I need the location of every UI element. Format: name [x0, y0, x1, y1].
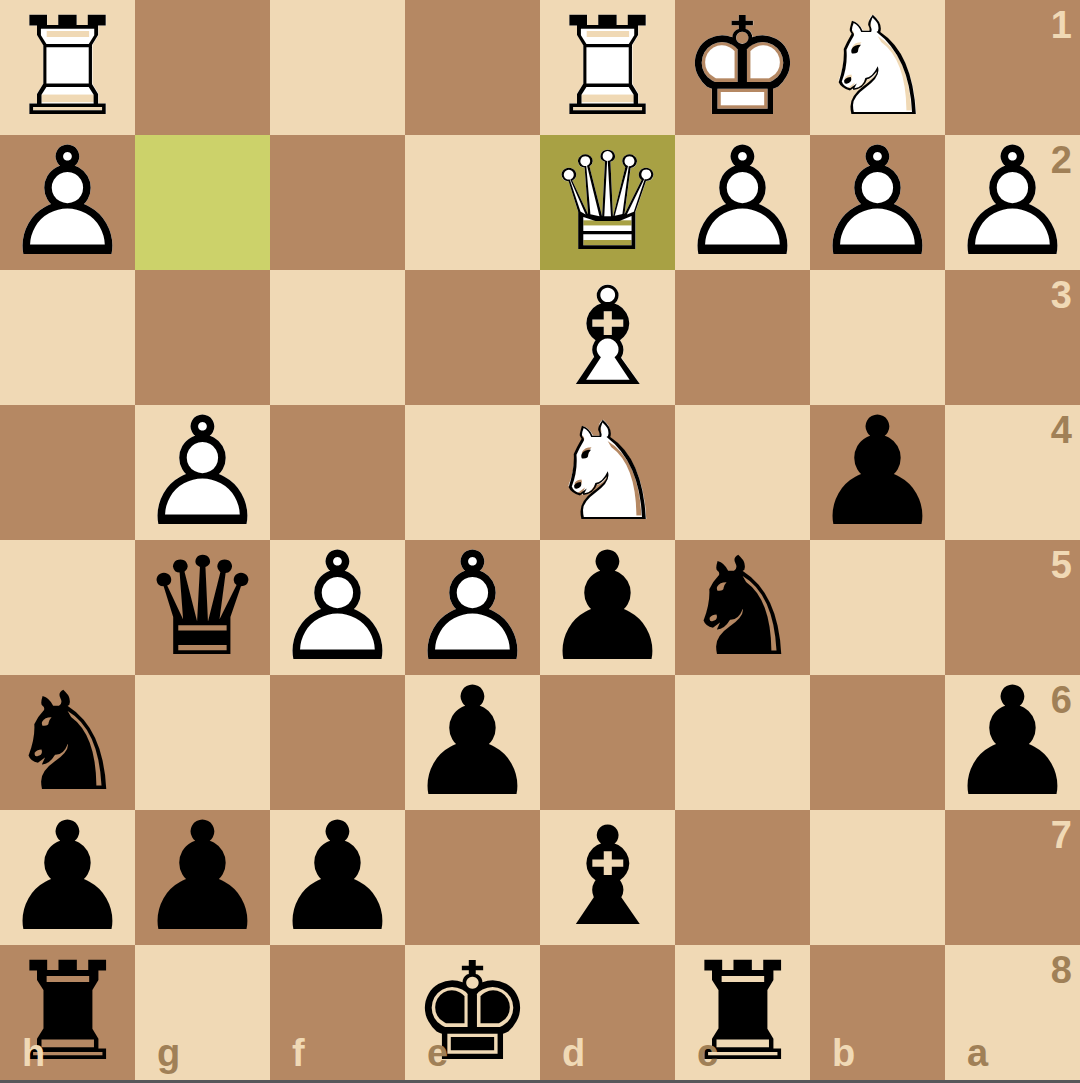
- square-d6[interactable]: [540, 675, 675, 810]
- file-label-g: g: [157, 1034, 180, 1072]
- square-c7[interactable]: [675, 810, 810, 945]
- square-e3[interactable]: [405, 270, 540, 405]
- square-f2[interactable]: [270, 135, 405, 270]
- square-d1[interactable]: ♜♖: [540, 0, 675, 135]
- square-d2[interactable]: ♛♕: [540, 135, 675, 270]
- rank-label-5: 5: [1051, 546, 1072, 584]
- square-g8[interactable]: g: [135, 945, 270, 1080]
- square-h2[interactable]: ♟♙: [0, 135, 135, 270]
- file-label-a: a: [967, 1034, 988, 1072]
- square-g5[interactable]: ♛: [135, 540, 270, 675]
- file-label-e: e: [427, 1034, 448, 1072]
- square-f8[interactable]: f: [270, 945, 405, 1080]
- square-f7[interactable]: ♟: [270, 810, 405, 945]
- square-h3[interactable]: [0, 270, 135, 405]
- square-g2[interactable]: [135, 135, 270, 270]
- square-c6[interactable]: [675, 675, 810, 810]
- black-pawn-icon[interactable]: ♟: [405, 675, 540, 810]
- rank-label-2: 2: [1051, 141, 1072, 179]
- white-pawn-icon[interactable]: ♟♙: [810, 135, 945, 270]
- square-f1[interactable]: [270, 0, 405, 135]
- square-c5[interactable]: ♞: [675, 540, 810, 675]
- square-b6[interactable]: [810, 675, 945, 810]
- rank-label-8: 8: [1051, 951, 1072, 989]
- rank-label-3: 3: [1051, 276, 1072, 314]
- page: ♜♖♜♖♚♔♞♘1♟♙♛♕♟♙♟♙♟♙2♝♗3♟♙♞♘♟4♛♟♙♟♙♟♞5♞♟♟…: [0, 0, 1080, 1083]
- black-knight-icon[interactable]: ♞: [675, 540, 810, 675]
- white-pawn-icon[interactable]: ♟♙: [0, 135, 135, 270]
- square-a3[interactable]: 3: [945, 270, 1080, 405]
- file-label-h: h: [22, 1034, 45, 1072]
- rank-label-6: 6: [1051, 681, 1072, 719]
- black-pawn-icon[interactable]: ♟: [270, 810, 405, 945]
- black-rook-icon[interactable]: ♜: [675, 945, 810, 1080]
- black-pawn-icon[interactable]: ♟: [135, 810, 270, 945]
- square-g1[interactable]: [135, 0, 270, 135]
- rank-label-7: 7: [1051, 816, 1072, 854]
- square-e1[interactable]: [405, 0, 540, 135]
- square-f3[interactable]: [270, 270, 405, 405]
- square-b2[interactable]: ♟♙: [810, 135, 945, 270]
- square-a2[interactable]: ♟♙2: [945, 135, 1080, 270]
- square-a7[interactable]: 7: [945, 810, 1080, 945]
- file-label-d: d: [562, 1034, 585, 1072]
- square-h4[interactable]: [0, 405, 135, 540]
- rank-label-4: 4: [1051, 411, 1072, 449]
- black-bishop-icon[interactable]: ♝: [540, 810, 675, 945]
- square-d3[interactable]: ♝♗: [540, 270, 675, 405]
- file-label-b: b: [832, 1034, 855, 1072]
- white-pawn-icon[interactable]: ♟♙: [270, 540, 405, 675]
- square-h5[interactable]: [0, 540, 135, 675]
- square-c8[interactable]: ♜c: [675, 945, 810, 1080]
- square-b5[interactable]: [810, 540, 945, 675]
- square-d7[interactable]: ♝: [540, 810, 675, 945]
- rank-label-1: 1: [1051, 6, 1072, 44]
- black-rook-icon[interactable]: ♜: [0, 945, 135, 1080]
- square-g4[interactable]: ♟♙: [135, 405, 270, 540]
- square-a4[interactable]: 4: [945, 405, 1080, 540]
- square-b7[interactable]: [810, 810, 945, 945]
- square-a6[interactable]: ♟6: [945, 675, 1080, 810]
- white-rook-icon[interactable]: ♜♖: [540, 0, 675, 135]
- square-d5[interactable]: ♟: [540, 540, 675, 675]
- file-label-c: c: [697, 1034, 718, 1072]
- chess-board: ♜♖♜♖♚♔♞♘1♟♙♛♕♟♙♟♙♟♙2♝♗3♟♙♞♘♟4♛♟♙♟♙♟♞5♞♟♟…: [0, 0, 1080, 1080]
- white-pawn-icon[interactable]: ♟♙: [675, 135, 810, 270]
- file-label-f: f: [292, 1034, 305, 1072]
- square-a8[interactable]: a8: [945, 945, 1080, 1080]
- square-c2[interactable]: ♟♙: [675, 135, 810, 270]
- square-e6[interactable]: ♟: [405, 675, 540, 810]
- square-b4[interactable]: ♟: [810, 405, 945, 540]
- black-queen-icon[interactable]: ♛: [135, 540, 270, 675]
- square-b8[interactable]: b: [810, 945, 945, 1080]
- square-g7[interactable]: ♟: [135, 810, 270, 945]
- square-c3[interactable]: [675, 270, 810, 405]
- white-pawn-icon[interactable]: ♟♙: [135, 405, 270, 540]
- square-d8[interactable]: d: [540, 945, 675, 1080]
- white-bishop-icon[interactable]: ♝♗: [540, 270, 675, 405]
- black-pawn-icon[interactable]: ♟: [810, 405, 945, 540]
- white-queen-icon[interactable]: ♛♕: [540, 135, 675, 270]
- square-e2[interactable]: [405, 135, 540, 270]
- square-e8[interactable]: ♚e: [405, 945, 540, 1080]
- black-pawn-icon[interactable]: ♟: [540, 540, 675, 675]
- square-f5[interactable]: ♟♙: [270, 540, 405, 675]
- black-king-icon[interactable]: ♚: [405, 945, 540, 1080]
- square-c4[interactable]: [675, 405, 810, 540]
- black-pawn-icon[interactable]: ♟: [0, 810, 135, 945]
- square-e7[interactable]: [405, 810, 540, 945]
- square-h7[interactable]: ♟: [0, 810, 135, 945]
- square-h8[interactable]: ♜h: [0, 945, 135, 1080]
